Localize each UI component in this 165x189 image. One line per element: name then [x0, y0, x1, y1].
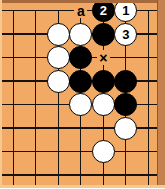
black-stone[interactable] — [69, 46, 92, 69]
white-stone[interactable] — [69, 23, 92, 46]
move-number-label: 1 — [122, 4, 129, 17]
black-stone[interactable] — [92, 70, 115, 93]
white-stone[interactable] — [114, 117, 137, 140]
grid-hline — [0, 174, 157, 175]
grid-vline — [148, 10, 149, 185]
move-number-label: 2 — [100, 4, 107, 17]
edge-right — [157, 0, 165, 188]
black-stone[interactable]: 2 — [92, 0, 115, 22]
white-stone[interactable] — [47, 46, 70, 69]
black-stone[interactable] — [114, 70, 137, 93]
white-stone[interactable] — [47, 70, 70, 93]
black-stone[interactable] — [69, 70, 92, 93]
go-board-diagram: a×213 — [0, 0, 165, 188]
grid-hline — [0, 151, 157, 152]
white-stone[interactable]: 1 — [114, 0, 137, 22]
white-stone[interactable] — [47, 23, 70, 46]
white-stone[interactable] — [92, 93, 115, 116]
x-mark[interactable]: × — [97, 50, 110, 65]
move-number-label: 3 — [122, 28, 129, 41]
point-label-a[interactable]: a — [74, 3, 87, 18]
grid-vline — [35, 10, 36, 185]
white-stone[interactable]: 3 — [114, 23, 137, 46]
black-stone[interactable] — [92, 23, 115, 46]
edge-left — [0, 0, 2, 188]
edge-top — [0, 0, 165, 3]
grid-vline — [13, 10, 14, 185]
edge-bottom — [0, 185, 165, 189]
white-stone[interactable] — [69, 93, 92, 116]
white-stone[interactable] — [92, 140, 115, 163]
black-stone[interactable] — [114, 93, 137, 116]
